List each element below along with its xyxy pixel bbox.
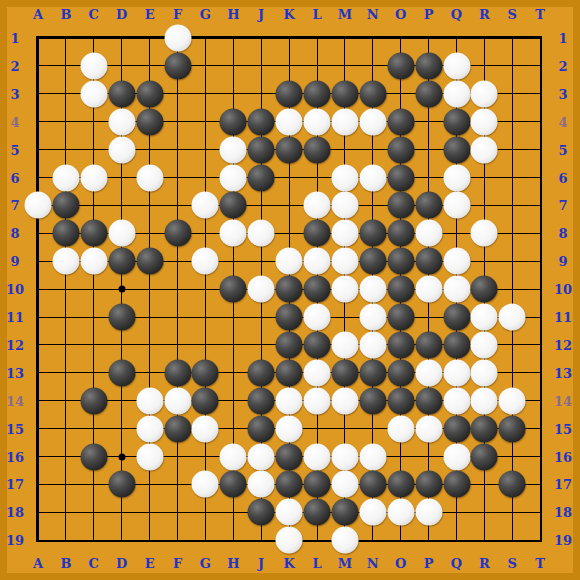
coord-col-bottom: R — [479, 557, 490, 570]
stone-white[interactable] — [108, 136, 135, 163]
stone-black[interactable] — [248, 359, 275, 386]
coord-col-bottom: N — [367, 557, 379, 570]
stone-black[interactable] — [415, 52, 442, 79]
stone-white[interactable] — [192, 248, 219, 275]
stone-white[interactable] — [415, 499, 442, 526]
stone-black[interactable] — [415, 331, 442, 358]
stone-black[interactable] — [248, 415, 275, 442]
stone-black[interactable] — [248, 164, 275, 191]
stone-black[interactable] — [387, 136, 414, 163]
coord-col-top: G — [200, 8, 211, 21]
coord-col-bottom: T — [535, 557, 545, 570]
stone-white[interactable] — [471, 304, 498, 331]
stone-black[interactable] — [387, 108, 414, 135]
stone-white[interactable] — [276, 499, 303, 526]
stone-white[interactable] — [331, 220, 358, 247]
stone-white[interactable] — [276, 415, 303, 442]
coord-row-right: 19 — [554, 534, 572, 547]
stone-black[interactable] — [359, 471, 386, 498]
stone-white[interactable] — [471, 136, 498, 163]
stone-black[interactable] — [387, 164, 414, 191]
stone-white[interactable] — [192, 192, 219, 219]
stone-white[interactable] — [331, 248, 358, 275]
stone-white[interactable] — [359, 304, 386, 331]
stone-white[interactable] — [471, 359, 498, 386]
coord-col-top: T — [535, 8, 545, 21]
coord-row-left: 17 — [6, 478, 24, 491]
stone-white[interactable] — [443, 80, 470, 107]
stone-black[interactable] — [471, 276, 498, 303]
coord-row-left: 1 — [10, 32, 19, 45]
stone-white[interactable] — [331, 164, 358, 191]
star-point — [118, 286, 125, 293]
coord-col-top: H — [227, 8, 239, 21]
stone-black[interactable] — [443, 108, 470, 135]
stone-black[interactable] — [304, 331, 331, 358]
stone-white[interactable] — [220, 220, 247, 247]
coord-row-left: 15 — [6, 422, 24, 435]
stone-black[interactable] — [415, 471, 442, 498]
stone-white[interactable] — [331, 443, 358, 470]
stone-black[interactable] — [248, 387, 275, 414]
stone-black[interactable] — [359, 220, 386, 247]
stone-black[interactable] — [276, 276, 303, 303]
stone-white[interactable] — [331, 192, 358, 219]
stone-black[interactable] — [164, 359, 191, 386]
coord-col-top: S — [508, 8, 517, 21]
coord-col-top: B — [60, 8, 71, 21]
stone-black[interactable] — [108, 471, 135, 498]
stone-black[interactable] — [276, 331, 303, 358]
stone-white[interactable] — [359, 331, 386, 358]
stone-white[interactable] — [304, 108, 331, 135]
coord-row-right: 18 — [554, 506, 572, 519]
stone-white[interactable] — [136, 443, 163, 470]
coord-row-right: 14 — [554, 394, 572, 407]
stone-black[interactable] — [443, 136, 470, 163]
stone-white[interactable] — [304, 248, 331, 275]
coord-row-left: 9 — [10, 255, 19, 268]
stone-black[interactable] — [387, 52, 414, 79]
stone-white[interactable] — [25, 192, 52, 219]
stone-black[interactable] — [359, 80, 386, 107]
coord-col-bottom: G — [200, 557, 211, 570]
coord-col-top: M — [338, 8, 352, 21]
stone-black[interactable] — [192, 387, 219, 414]
stone-black[interactable] — [276, 359, 303, 386]
stone-white[interactable] — [136, 164, 163, 191]
stone-black[interactable] — [108, 248, 135, 275]
stone-black[interactable] — [443, 415, 470, 442]
stone-black[interactable] — [331, 499, 358, 526]
stone-white[interactable] — [415, 359, 442, 386]
stone-white[interactable] — [136, 387, 163, 414]
coord-col-bottom: P — [424, 557, 434, 570]
coord-col-top: Q — [451, 8, 462, 21]
stone-white[interactable] — [331, 108, 358, 135]
stone-black[interactable] — [415, 192, 442, 219]
stone-white[interactable] — [443, 443, 470, 470]
coord-col-bottom: H — [227, 557, 239, 570]
stone-black[interactable] — [499, 471, 526, 498]
stone-white[interactable] — [80, 164, 107, 191]
coord-col-top: O — [395, 8, 406, 21]
stone-white[interactable] — [192, 471, 219, 498]
coord-row-right: 3 — [558, 87, 567, 100]
coord-row-left: 12 — [6, 338, 24, 351]
stone-white[interactable] — [415, 415, 442, 442]
stone-black[interactable] — [499, 415, 526, 442]
coord-col-bottom: A — [33, 557, 43, 570]
stone-white[interactable] — [499, 387, 526, 414]
stone-black[interactable] — [331, 359, 358, 386]
stone-white[interactable] — [415, 220, 442, 247]
stone-black[interactable] — [136, 80, 163, 107]
stone-white[interactable] — [471, 331, 498, 358]
coord-row-right: 15 — [554, 422, 572, 435]
stone-white[interactable] — [359, 164, 386, 191]
stone-black[interactable] — [220, 192, 247, 219]
stone-black[interactable] — [415, 248, 442, 275]
stone-white[interactable] — [276, 387, 303, 414]
stone-white[interactable] — [220, 443, 247, 470]
stone-black[interactable] — [220, 108, 247, 135]
stone-white[interactable] — [443, 276, 470, 303]
stone-white[interactable] — [276, 108, 303, 135]
stone-white[interactable] — [443, 192, 470, 219]
stone-white[interactable] — [248, 443, 275, 470]
stone-black[interactable] — [443, 471, 470, 498]
stone-black[interactable] — [443, 304, 470, 331]
stone-black[interactable] — [359, 359, 386, 386]
coord-row-right: 2 — [558, 59, 567, 72]
stone-black[interactable] — [304, 136, 331, 163]
stone-white[interactable] — [164, 25, 191, 52]
stone-white[interactable] — [80, 80, 107, 107]
coord-row-right: 12 — [554, 338, 572, 351]
stone-black[interactable] — [359, 248, 386, 275]
stone-white[interactable] — [52, 248, 79, 275]
stone-black[interactable] — [276, 304, 303, 331]
coord-col-bottom: K — [283, 557, 294, 570]
stone-white[interactable] — [304, 304, 331, 331]
stone-black[interactable] — [387, 248, 414, 275]
stone-black[interactable] — [276, 136, 303, 163]
coord-col-top: K — [283, 8, 294, 21]
stone-black[interactable] — [387, 192, 414, 219]
stone-white[interactable] — [136, 415, 163, 442]
stone-white[interactable] — [192, 415, 219, 442]
stone-white[interactable] — [304, 387, 331, 414]
stone-black[interactable] — [471, 443, 498, 470]
stone-black[interactable] — [304, 471, 331, 498]
coord-col-bottom: J — [258, 557, 264, 570]
coord-row-left: 10 — [6, 283, 24, 296]
coord-row-right: 10 — [554, 283, 572, 296]
stone-white[interactable] — [359, 276, 386, 303]
stone-black[interactable] — [304, 220, 331, 247]
stone-white[interactable] — [304, 192, 331, 219]
stone-white[interactable] — [164, 387, 191, 414]
stone-white[interactable] — [387, 499, 414, 526]
stone-black[interactable] — [387, 359, 414, 386]
coord-row-right: 13 — [554, 366, 572, 379]
stone-black[interactable] — [220, 276, 247, 303]
stone-black[interactable] — [387, 276, 414, 303]
stone-white[interactable] — [443, 164, 470, 191]
stone-white[interactable] — [331, 276, 358, 303]
coord-row-left: 11 — [6, 311, 24, 324]
stone-white[interactable] — [331, 387, 358, 414]
coord-row-left: 19 — [6, 534, 24, 547]
stone-white[interactable] — [359, 108, 386, 135]
stone-black[interactable] — [136, 108, 163, 135]
stone-white[interactable] — [52, 164, 79, 191]
stone-black[interactable] — [443, 331, 470, 358]
stone-black[interactable] — [164, 415, 191, 442]
stone-black[interactable] — [276, 471, 303, 498]
stone-white[interactable] — [443, 387, 470, 414]
coord-row-right: 4 — [558, 115, 567, 128]
stone-white[interactable] — [359, 443, 386, 470]
stone-black[interactable] — [387, 220, 414, 247]
coord-col-top: R — [479, 8, 490, 21]
coord-row-right: 6 — [558, 171, 567, 184]
stone-black[interactable] — [387, 304, 414, 331]
stone-black[interactable] — [52, 220, 79, 247]
stone-black[interactable] — [331, 80, 358, 107]
stone-black[interactable] — [387, 331, 414, 358]
stone-black[interactable] — [192, 359, 219, 386]
star-point — [118, 453, 125, 460]
stone-black[interactable] — [136, 248, 163, 275]
coord-col-top: F — [173, 8, 182, 21]
stone-black[interactable] — [359, 387, 386, 414]
stone-white[interactable] — [443, 248, 470, 275]
coord-col-bottom: S — [508, 557, 517, 570]
coord-row-left: 13 — [6, 366, 24, 379]
stone-black[interactable] — [220, 471, 247, 498]
coord-col-bottom: O — [395, 557, 406, 570]
coord-row-right: 11 — [554, 311, 572, 324]
stone-black[interactable] — [80, 220, 107, 247]
stone-black[interactable] — [80, 387, 107, 414]
stone-white[interactable] — [276, 248, 303, 275]
coord-col-bottom: M — [338, 557, 352, 570]
stone-black[interactable] — [108, 304, 135, 331]
stone-white[interactable] — [359, 499, 386, 526]
stone-white[interactable] — [443, 52, 470, 79]
stone-white[interactable] — [471, 108, 498, 135]
coord-col-bottom: L — [312, 557, 321, 570]
coord-col-top: P — [424, 8, 434, 21]
stone-white[interactable] — [499, 304, 526, 331]
stone-white[interactable] — [80, 248, 107, 275]
stone-white[interactable] — [415, 276, 442, 303]
stone-white[interactable] — [108, 220, 135, 247]
stone-black[interactable] — [304, 499, 331, 526]
stone-black[interactable] — [415, 387, 442, 414]
coord-row-right: 8 — [558, 227, 567, 240]
coord-col-top: J — [258, 8, 264, 21]
stone-black[interactable] — [276, 80, 303, 107]
coord-col-top: D — [116, 8, 127, 21]
stone-black[interactable] — [387, 387, 414, 414]
stone-black[interactable] — [108, 80, 135, 107]
stone-white[interactable] — [331, 471, 358, 498]
stone-white[interactable] — [248, 220, 275, 247]
coord-col-bottom: Q — [451, 557, 462, 570]
coord-row-right: 9 — [558, 255, 567, 268]
go-board[interactable]: AABBCCDDEEFFGGHHJJKKLLMMNNOOPPQQRRSSTT11… — [0, 0, 580, 580]
stone-black[interactable] — [248, 499, 275, 526]
stone-black[interactable] — [52, 192, 79, 219]
stone-white[interactable] — [331, 331, 358, 358]
stone-black[interactable] — [248, 136, 275, 163]
coord-row-right: 16 — [554, 450, 572, 463]
coord-row-right: 7 — [558, 199, 567, 212]
stone-white[interactable] — [387, 415, 414, 442]
coord-row-left: 16 — [6, 450, 24, 463]
coord-row-right: 17 — [554, 478, 572, 491]
coord-col-top: E — [145, 8, 155, 21]
stone-white[interactable] — [304, 443, 331, 470]
stone-white[interactable] — [220, 136, 247, 163]
stone-white[interactable] — [108, 108, 135, 135]
coord-row-left: 14 — [6, 394, 24, 407]
coord-col-bottom: C — [89, 557, 99, 570]
stone-black[interactable] — [108, 359, 135, 386]
stone-white[interactable] — [471, 80, 498, 107]
coord-col-top: C — [89, 8, 99, 21]
stone-black[interactable] — [164, 220, 191, 247]
stone-white[interactable] — [304, 359, 331, 386]
stone-white[interactable] — [331, 527, 358, 554]
stone-white[interactable] — [248, 276, 275, 303]
stone-white[interactable] — [276, 527, 303, 554]
stone-black[interactable] — [304, 276, 331, 303]
coord-col-bottom: E — [145, 557, 155, 570]
stone-black[interactable] — [471, 415, 498, 442]
coord-col-top: N — [367, 8, 379, 21]
coord-row-right: 5 — [558, 143, 567, 156]
coord-col-bottom: D — [116, 557, 127, 570]
coord-row-left: 4 — [10, 115, 19, 128]
stone-white[interactable] — [471, 220, 498, 247]
stone-white[interactable] — [248, 471, 275, 498]
stone-white[interactable] — [443, 359, 470, 386]
stone-black[interactable] — [387, 471, 414, 498]
coord-row-left: 7 — [10, 199, 19, 212]
coord-row-left: 6 — [10, 171, 19, 184]
coord-col-bottom: F — [173, 557, 182, 570]
coord-row-left: 18 — [6, 506, 24, 519]
stone-black[interactable] — [304, 80, 331, 107]
coord-col-top: L — [312, 8, 321, 21]
coord-row-left: 2 — [10, 59, 19, 72]
stone-black[interactable] — [276, 443, 303, 470]
stone-white[interactable] — [220, 164, 247, 191]
stone-black[interactable] — [164, 52, 191, 79]
stone-black[interactable] — [80, 443, 107, 470]
coord-row-right: 1 — [558, 32, 567, 45]
coord-row-left: 3 — [10, 87, 19, 100]
coord-row-left: 5 — [10, 143, 19, 156]
stone-white[interactable] — [80, 52, 107, 79]
stone-white[interactable] — [471, 387, 498, 414]
coord-row-left: 8 — [10, 227, 19, 240]
coord-col-top: A — [33, 8, 43, 21]
coord-col-bottom: B — [60, 557, 71, 570]
stone-black[interactable] — [248, 108, 275, 135]
stone-black[interactable] — [415, 80, 442, 107]
